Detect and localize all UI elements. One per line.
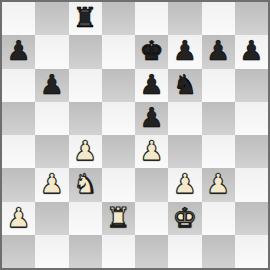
square-c8[interactable]: ♜ xyxy=(69,2,102,35)
square-e4[interactable]: ♟ xyxy=(135,135,168,168)
piece-white-pawn[interactable]: ♟ xyxy=(206,170,230,197)
square-c7[interactable] xyxy=(69,35,102,68)
square-g4[interactable] xyxy=(202,135,235,168)
square-a2[interactable]: ♟ xyxy=(2,202,35,235)
square-a3[interactable] xyxy=(2,168,35,201)
piece-black-pawn[interactable]: ♟ xyxy=(206,37,230,64)
square-g8[interactable] xyxy=(202,2,235,35)
square-g7[interactable]: ♟ xyxy=(202,35,235,68)
piece-black-knight[interactable]: ♞ xyxy=(173,71,197,98)
piece-white-knight[interactable]: ♞ xyxy=(73,170,97,197)
square-e8[interactable] xyxy=(135,2,168,35)
square-c4[interactable]: ♟ xyxy=(69,135,102,168)
square-d6[interactable] xyxy=(102,69,135,102)
square-g3[interactable]: ♟ xyxy=(202,168,235,201)
square-g1[interactable] xyxy=(202,235,235,268)
chess-board-grid: ♜♟♚♟♟♟♟♟♞♟♟♟♟♞♟♟♟♜♚ xyxy=(2,2,268,268)
square-h1[interactable] xyxy=(235,235,268,268)
square-a6[interactable] xyxy=(2,69,35,102)
piece-black-pawn[interactable]: ♟ xyxy=(173,37,197,64)
square-a8[interactable] xyxy=(2,2,35,35)
piece-white-pawn[interactable]: ♟ xyxy=(7,204,31,231)
square-a5[interactable] xyxy=(2,102,35,135)
square-h3[interactable] xyxy=(235,168,268,201)
square-f5[interactable] xyxy=(168,102,201,135)
square-h4[interactable] xyxy=(235,135,268,168)
square-e6[interactable]: ♟ xyxy=(135,69,168,102)
square-b5[interactable] xyxy=(35,102,68,135)
square-e2[interactable] xyxy=(135,202,168,235)
square-g2[interactable] xyxy=(202,202,235,235)
square-f2[interactable]: ♚ xyxy=(168,202,201,235)
square-f1[interactable] xyxy=(168,235,201,268)
square-c2[interactable] xyxy=(69,202,102,235)
square-c1[interactable] xyxy=(69,235,102,268)
square-d7[interactable] xyxy=(102,35,135,68)
square-e1[interactable] xyxy=(135,235,168,268)
square-e7[interactable]: ♚ xyxy=(135,35,168,68)
square-h8[interactable] xyxy=(235,2,268,35)
square-b7[interactable] xyxy=(35,35,68,68)
square-f6[interactable]: ♞ xyxy=(168,69,201,102)
square-h5[interactable] xyxy=(235,102,268,135)
square-d8[interactable] xyxy=(102,2,135,35)
piece-black-rook[interactable]: ♜ xyxy=(73,4,97,31)
square-a7[interactable]: ♟ xyxy=(2,35,35,68)
piece-white-pawn[interactable]: ♟ xyxy=(73,137,97,164)
square-e5[interactable]: ♟ xyxy=(135,102,168,135)
square-c6[interactable] xyxy=(69,69,102,102)
square-d1[interactable] xyxy=(102,235,135,268)
square-f4[interactable] xyxy=(168,135,201,168)
piece-white-pawn[interactable]: ♟ xyxy=(140,137,164,164)
square-c3[interactable]: ♞ xyxy=(69,168,102,201)
square-b3[interactable]: ♟ xyxy=(35,168,68,201)
square-d5[interactable] xyxy=(102,102,135,135)
square-a4[interactable] xyxy=(2,135,35,168)
chess-board: ♜♟♚♟♟♟♟♟♞♟♟♟♟♞♟♟♟♜♚ xyxy=(0,0,270,270)
square-b8[interactable] xyxy=(35,2,68,35)
square-c5[interactable] xyxy=(69,102,102,135)
square-f8[interactable] xyxy=(168,2,201,35)
piece-black-pawn[interactable]: ♟ xyxy=(140,71,164,98)
square-g5[interactable] xyxy=(202,102,235,135)
square-h7[interactable]: ♟ xyxy=(235,35,268,68)
square-b6[interactable]: ♟ xyxy=(35,69,68,102)
square-d2[interactable]: ♜ xyxy=(102,202,135,235)
square-f7[interactable]: ♟ xyxy=(168,35,201,68)
piece-white-pawn[interactable]: ♟ xyxy=(40,170,64,197)
piece-black-pawn[interactable]: ♟ xyxy=(7,37,31,64)
square-e3[interactable] xyxy=(135,168,168,201)
square-a1[interactable] xyxy=(2,235,35,268)
square-d3[interactable] xyxy=(102,168,135,201)
square-g6[interactable] xyxy=(202,69,235,102)
square-f3[interactable]: ♟ xyxy=(168,168,201,201)
piece-white-king[interactable]: ♚ xyxy=(173,204,197,231)
square-h2[interactable] xyxy=(235,202,268,235)
square-h6[interactable] xyxy=(235,69,268,102)
square-b4[interactable] xyxy=(35,135,68,168)
piece-black-king[interactable]: ♚ xyxy=(140,37,164,64)
piece-white-rook[interactable]: ♜ xyxy=(106,204,130,231)
piece-black-pawn[interactable]: ♟ xyxy=(140,104,164,131)
piece-white-pawn[interactable]: ♟ xyxy=(173,170,197,197)
piece-black-pawn[interactable]: ♟ xyxy=(239,37,263,64)
square-b2[interactable] xyxy=(35,202,68,235)
square-b1[interactable] xyxy=(35,235,68,268)
square-d4[interactable] xyxy=(102,135,135,168)
piece-black-pawn[interactable]: ♟ xyxy=(40,71,64,98)
